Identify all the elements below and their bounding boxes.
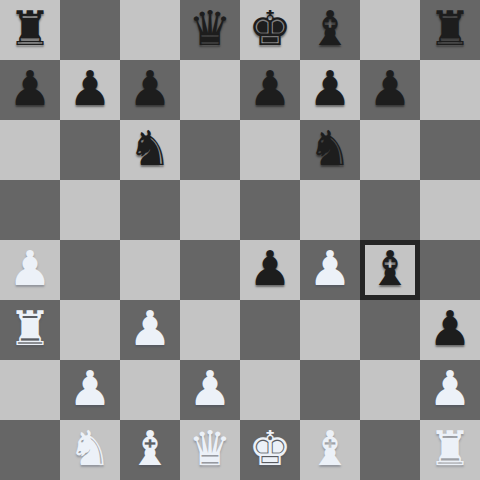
square-g4[interactable]: ♝ bbox=[360, 240, 420, 300]
square-d4[interactable] bbox=[180, 240, 240, 300]
black-queen-d8[interactable]: ♛ bbox=[188, 0, 231, 58]
square-g3[interactable] bbox=[360, 300, 420, 360]
square-d2[interactable]: ♟ bbox=[180, 360, 240, 420]
square-h3[interactable]: ♟ bbox=[420, 300, 480, 360]
square-h1[interactable]: ♜ bbox=[420, 420, 480, 480]
square-f5[interactable] bbox=[300, 180, 360, 240]
square-b7[interactable]: ♟ bbox=[60, 60, 120, 120]
square-a7[interactable]: ♟ bbox=[0, 60, 60, 120]
white-king-e1[interactable]: ♚ bbox=[248, 418, 291, 478]
square-d8[interactable]: ♛ bbox=[180, 0, 240, 60]
white-queen-d1[interactable]: ♛ bbox=[188, 418, 231, 478]
square-e2[interactable] bbox=[240, 360, 300, 420]
square-h4[interactable] bbox=[420, 240, 480, 300]
square-c3[interactable]: ♟ bbox=[120, 300, 180, 360]
white-pawn-a4[interactable]: ♟ bbox=[8, 238, 51, 298]
square-f3[interactable] bbox=[300, 300, 360, 360]
square-e7[interactable]: ♟ bbox=[240, 60, 300, 120]
white-pawn-b2[interactable]: ♟ bbox=[68, 358, 111, 418]
square-e6[interactable] bbox=[240, 120, 300, 180]
black-bishop-f8[interactable]: ♝ bbox=[308, 0, 351, 58]
square-a8[interactable]: ♜ bbox=[0, 0, 60, 60]
white-pawn-h2[interactable]: ♟ bbox=[428, 358, 471, 418]
black-pawn-a7[interactable]: ♟ bbox=[8, 58, 51, 118]
square-a5[interactable] bbox=[0, 180, 60, 240]
square-c4[interactable] bbox=[120, 240, 180, 300]
square-g6[interactable] bbox=[360, 120, 420, 180]
square-e3[interactable] bbox=[240, 300, 300, 360]
square-b6[interactable] bbox=[60, 120, 120, 180]
square-e8[interactable]: ♚ bbox=[240, 0, 300, 60]
white-rook-h1[interactable]: ♜ bbox=[428, 418, 471, 478]
square-h6[interactable] bbox=[420, 120, 480, 180]
square-a1[interactable] bbox=[0, 420, 60, 480]
square-a6[interactable] bbox=[0, 120, 60, 180]
square-a4[interactable]: ♟ bbox=[0, 240, 60, 300]
square-b4[interactable] bbox=[60, 240, 120, 300]
square-c7[interactable]: ♟ bbox=[120, 60, 180, 120]
square-g2[interactable] bbox=[360, 360, 420, 420]
white-pawn-c3[interactable]: ♟ bbox=[128, 298, 171, 358]
square-b3[interactable] bbox=[60, 300, 120, 360]
square-g8[interactable] bbox=[360, 0, 420, 60]
white-bishop-f1[interactable]: ♝ bbox=[308, 418, 351, 478]
black-pawn-c7[interactable]: ♟ bbox=[128, 58, 171, 118]
square-b8[interactable] bbox=[60, 0, 120, 60]
black-rook-h8[interactable]: ♜ bbox=[428, 0, 471, 58]
square-f2[interactable] bbox=[300, 360, 360, 420]
square-f7[interactable]: ♟ bbox=[300, 60, 360, 120]
square-c6[interactable]: ♞ bbox=[120, 120, 180, 180]
square-a3[interactable]: ♜ bbox=[0, 300, 60, 360]
square-d6[interactable] bbox=[180, 120, 240, 180]
square-d3[interactable] bbox=[180, 300, 240, 360]
square-h8[interactable]: ♜ bbox=[420, 0, 480, 60]
square-h2[interactable]: ♟ bbox=[420, 360, 480, 420]
black-pawn-b7[interactable]: ♟ bbox=[68, 58, 111, 118]
square-h7[interactable] bbox=[420, 60, 480, 120]
square-b5[interactable] bbox=[60, 180, 120, 240]
square-d7[interactable] bbox=[180, 60, 240, 120]
black-king-e8[interactable]: ♚ bbox=[248, 0, 291, 58]
black-pawn-h3[interactable]: ♟ bbox=[428, 298, 471, 358]
chess-board-container: ♜♛♚♝♜♟♟♟♟♟♟♞♞♟♟♟♝♜♟♟♟♟♟♞♝♛♚♝♜ bbox=[0, 0, 480, 480]
white-pawn-f4[interactable]: ♟ bbox=[308, 238, 351, 298]
chess-board: ♜♛♚♝♜♟♟♟♟♟♟♞♞♟♟♟♝♜♟♟♟♟♟♞♝♛♚♝♜ bbox=[0, 0, 480, 480]
square-h5[interactable] bbox=[420, 180, 480, 240]
square-e1[interactable]: ♚ bbox=[240, 420, 300, 480]
square-c2[interactable] bbox=[120, 360, 180, 420]
black-pawn-e7[interactable]: ♟ bbox=[248, 58, 291, 118]
square-g7[interactable]: ♟ bbox=[360, 60, 420, 120]
square-a2[interactable] bbox=[0, 360, 60, 420]
black-pawn-g7[interactable]: ♟ bbox=[368, 58, 411, 118]
black-knight-f6[interactable]: ♞ bbox=[308, 118, 351, 178]
square-f1[interactable]: ♝ bbox=[300, 420, 360, 480]
square-d5[interactable] bbox=[180, 180, 240, 240]
white-rook-a3[interactable]: ♜ bbox=[8, 298, 51, 358]
square-c5[interactable] bbox=[120, 180, 180, 240]
square-b1[interactable]: ♞ bbox=[60, 420, 120, 480]
square-g5[interactable] bbox=[360, 180, 420, 240]
black-knight-c6[interactable]: ♞ bbox=[128, 118, 171, 178]
square-f6[interactable]: ♞ bbox=[300, 120, 360, 180]
black-pawn-e4[interactable]: ♟ bbox=[248, 238, 291, 298]
black-bishop-g4[interactable]: ♝ bbox=[368, 238, 411, 298]
square-g1[interactable] bbox=[360, 420, 420, 480]
square-b2[interactable]: ♟ bbox=[60, 360, 120, 420]
black-rook-a8[interactable]: ♜ bbox=[8, 0, 51, 58]
white-knight-b1[interactable]: ♞ bbox=[68, 418, 111, 478]
black-pawn-f7[interactable]: ♟ bbox=[308, 58, 351, 118]
white-bishop-c1[interactable]: ♝ bbox=[128, 418, 171, 478]
square-e5[interactable] bbox=[240, 180, 300, 240]
square-d1[interactable]: ♛ bbox=[180, 420, 240, 480]
square-c8[interactable] bbox=[120, 0, 180, 60]
square-f8[interactable]: ♝ bbox=[300, 0, 360, 60]
square-f4[interactable]: ♟ bbox=[300, 240, 360, 300]
square-c1[interactable]: ♝ bbox=[120, 420, 180, 480]
square-e4[interactable]: ♟ bbox=[240, 240, 300, 300]
white-pawn-d2[interactable]: ♟ bbox=[188, 358, 231, 418]
